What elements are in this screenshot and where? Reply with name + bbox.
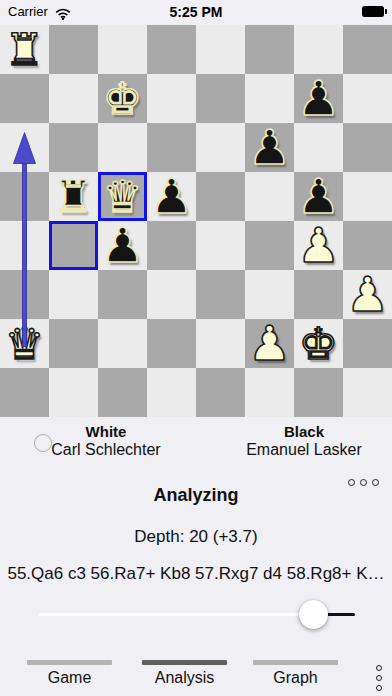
square-h7[interactable] — [343, 74, 392, 123]
white-queen: ♛ — [5, 319, 44, 368]
square-c4[interactable]: ♟ — [98, 221, 147, 270]
tab-label: Analysis — [142, 669, 227, 687]
black-pawn: ♟ — [101, 221, 144, 270]
status-bar: Carrier 5:25 PM — [0, 0, 392, 25]
square-h5[interactable] — [343, 172, 392, 221]
square-a5[interactable] — [0, 172, 49, 221]
square-a4[interactable] — [0, 221, 49, 270]
square-a1[interactable] — [0, 368, 49, 417]
square-d8[interactable] — [147, 25, 196, 74]
tab-analysis[interactable]: Analysis — [142, 660, 227, 687]
square-e3[interactable] — [196, 270, 245, 319]
slider-track-filled — [38, 613, 314, 616]
square-b3[interactable] — [49, 270, 98, 319]
square-e5[interactable] — [196, 172, 245, 221]
square-h8[interactable] — [343, 25, 392, 74]
square-c1[interactable] — [98, 368, 147, 417]
tab-bar: GameAnalysisGraph — [0, 660, 392, 696]
square-g3[interactable] — [294, 270, 343, 319]
square-f7[interactable] — [245, 74, 294, 123]
analysis-status: Analyzing — [0, 485, 392, 506]
square-d7[interactable] — [147, 74, 196, 123]
black-player-name: Emanuel Lasker — [206, 440, 392, 459]
square-h6[interactable] — [343, 123, 392, 172]
square-g7[interactable]: ♟ — [294, 74, 343, 123]
square-f8[interactable] — [245, 25, 294, 74]
black-label: Black — [206, 423, 392, 440]
square-f1[interactable] — [245, 368, 294, 417]
dot-icon — [376, 685, 382, 691]
black-queen: ♛ — [103, 172, 142, 221]
square-e8[interactable] — [196, 25, 245, 74]
tab-graph[interactable]: Graph — [253, 660, 338, 687]
tab-indicator — [27, 660, 112, 665]
square-f3[interactable] — [245, 270, 294, 319]
chess-board[interactable]: ♜♚♟♟♜♛♟♟♟♟♟♛♟♚ — [0, 25, 392, 417]
square-c5[interactable]: ♛ — [98, 172, 147, 221]
square-a7[interactable] — [0, 74, 49, 123]
square-e7[interactable] — [196, 74, 245, 123]
black-king: ♚ — [103, 74, 142, 123]
square-e6[interactable] — [196, 123, 245, 172]
square-f2[interactable]: ♟ — [245, 319, 294, 368]
square-e1[interactable] — [196, 368, 245, 417]
white-player-name: Carl Schlechter — [8, 440, 204, 459]
black-pawn: ♟ — [248, 123, 291, 172]
white-pawn: ♟ — [346, 270, 389, 319]
square-g1[interactable] — [294, 368, 343, 417]
square-f6[interactable]: ♟ — [245, 123, 294, 172]
engine-line[interactable]: 55.Qa6 c3 56.Ra7+ Kb8 57.Rxg7 d4 58.Rg8+… — [0, 564, 392, 584]
square-c2[interactable] — [98, 319, 147, 368]
tab-label: Graph — [253, 669, 338, 687]
square-a6[interactable] — [0, 123, 49, 172]
tab-indicator — [253, 660, 338, 665]
square-g8[interactable] — [294, 25, 343, 74]
white-pawn: ♟ — [248, 319, 291, 368]
square-e4[interactable] — [196, 221, 245, 270]
white-rook: ♜ — [5, 25, 44, 74]
square-g4[interactable]: ♟ — [294, 221, 343, 270]
tab-indicator — [142, 660, 227, 665]
slider-thumb[interactable] — [299, 600, 328, 629]
tab-label: Game — [27, 669, 112, 687]
move-slider[interactable] — [38, 600, 355, 630]
black-pawn: ♟ — [150, 172, 193, 221]
square-h3[interactable]: ♟ — [343, 270, 392, 319]
white-label: White — [8, 423, 204, 440]
square-d6[interactable] — [147, 123, 196, 172]
white-player: White Carl Schlechter — [8, 423, 204, 459]
dot-icon — [376, 665, 382, 671]
square-d4[interactable] — [147, 221, 196, 270]
square-b5[interactable]: ♜ — [49, 172, 98, 221]
white-king: ♚ — [299, 319, 338, 368]
square-g6[interactable] — [294, 123, 343, 172]
square-c8[interactable] — [98, 25, 147, 74]
square-g5[interactable]: ♟ — [294, 172, 343, 221]
square-f5[interactable] — [245, 172, 294, 221]
tab-game[interactable]: Game — [27, 660, 112, 687]
square-b2[interactable] — [49, 319, 98, 368]
square-a8[interactable]: ♜ — [0, 25, 49, 74]
black-player: Black Emanuel Lasker — [206, 423, 392, 459]
square-d1[interactable] — [147, 368, 196, 417]
square-e2[interactable] — [196, 319, 245, 368]
square-h4[interactable] — [343, 221, 392, 270]
square-c7[interactable]: ♚ — [98, 74, 147, 123]
square-f4[interactable] — [245, 221, 294, 270]
square-d5[interactable]: ♟ — [147, 172, 196, 221]
clock: 5:25 PM — [0, 4, 392, 20]
black-pawn: ♟ — [297, 74, 340, 123]
square-a2[interactable]: ♛ — [0, 319, 49, 368]
square-b6[interactable] — [49, 123, 98, 172]
white-pawn: ♟ — [297, 221, 340, 270]
square-b8[interactable] — [49, 25, 98, 74]
black-rook: ♜ — [54, 172, 93, 221]
square-b1[interactable] — [49, 368, 98, 417]
square-h1[interactable] — [343, 368, 392, 417]
square-a3[interactable] — [0, 270, 49, 319]
square-c6[interactable] — [98, 123, 147, 172]
square-c3[interactable] — [98, 270, 147, 319]
square-d3[interactable] — [147, 270, 196, 319]
square-d2[interactable] — [147, 319, 196, 368]
black-pawn: ♟ — [297, 172, 340, 221]
dot-icon — [376, 675, 382, 681]
square-b7[interactable] — [49, 74, 98, 123]
analysis-panel: White Carl Schlechter Black Emanuel Lask… — [0, 417, 392, 696]
depth-eval: Depth: 20 (+3.7) — [0, 527, 392, 547]
battery-icon — [362, 6, 384, 17]
square-b4[interactable] — [49, 221, 98, 270]
square-g2[interactable]: ♚ — [294, 319, 343, 368]
square-h2[interactable] — [343, 319, 392, 368]
more-menu-button[interactable] — [376, 665, 382, 691]
